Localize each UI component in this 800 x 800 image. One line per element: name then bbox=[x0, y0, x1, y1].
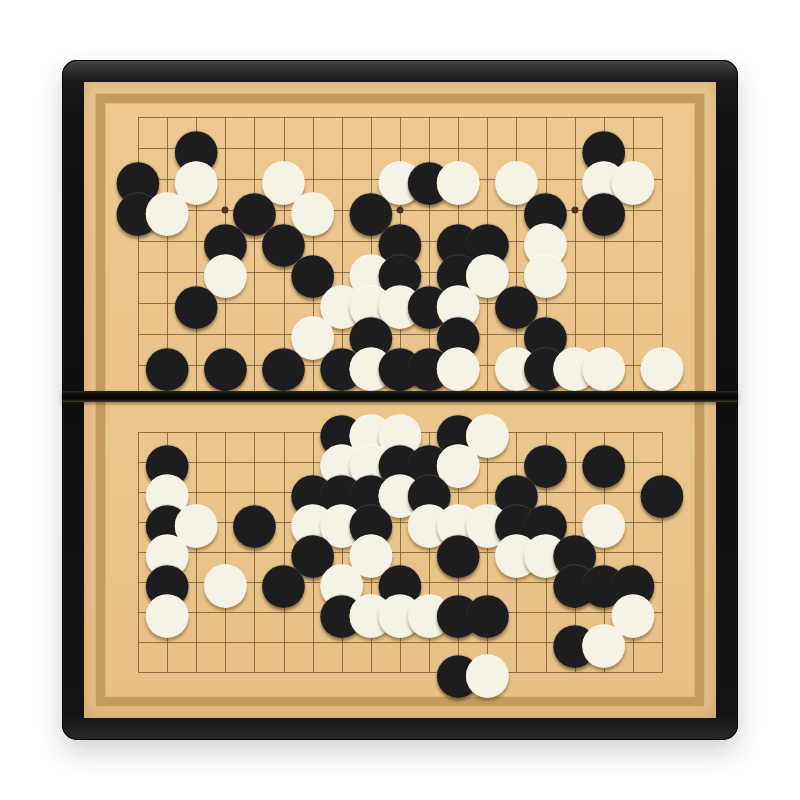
page-background: { "game": "go", "board": { "type": "fold… bbox=[0, 0, 800, 800]
stone-white[interactable]: ● bbox=[435, 342, 481, 388]
stone-black[interactable]: ● bbox=[581, 187, 627, 233]
stone-black[interactable]: ● bbox=[464, 589, 510, 635]
grid-line-v-4 bbox=[254, 117, 255, 396]
stone-white[interactable]: ● bbox=[464, 649, 510, 695]
go-board-frame: ●●●●●●●●●●●●●●●●●●●●●●●●●●●●●●●●●●●●●●●●… bbox=[62, 60, 738, 740]
stone-black[interactable]: ● bbox=[581, 439, 627, 485]
stone-white[interactable]: ● bbox=[144, 589, 190, 635]
stone-black[interactable]: ● bbox=[435, 529, 481, 575]
stone-white[interactable]: ● bbox=[639, 342, 685, 388]
stone-black[interactable]: ● bbox=[639, 469, 685, 515]
stone-black[interactable]: ● bbox=[261, 342, 307, 388]
stone-white[interactable]: ● bbox=[581, 619, 627, 665]
star-point bbox=[571, 207, 578, 214]
stone-black[interactable]: ● bbox=[144, 342, 190, 388]
stone-white[interactable]: ● bbox=[144, 187, 190, 233]
stone-white[interactable]: ● bbox=[581, 342, 627, 388]
stone-black[interactable]: ● bbox=[173, 280, 219, 326]
stone-black[interactable]: ● bbox=[261, 559, 307, 605]
stone-black[interactable]: ● bbox=[231, 499, 277, 545]
stone-white[interactable]: ● bbox=[202, 559, 248, 605]
stone-white[interactable]: ● bbox=[435, 156, 481, 202]
fold-seam bbox=[62, 391, 738, 402]
stone-black[interactable]: ● bbox=[202, 342, 248, 388]
